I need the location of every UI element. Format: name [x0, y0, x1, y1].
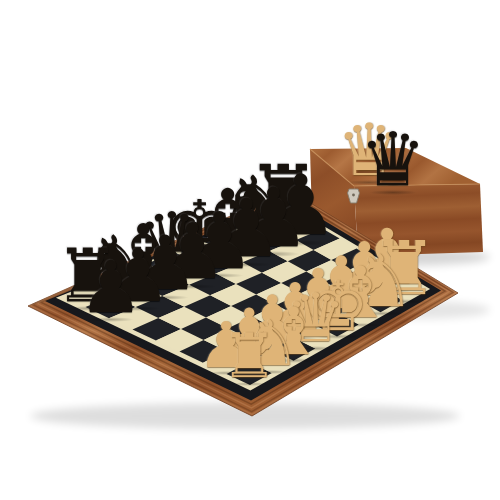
scene-canvas [0, 0, 500, 500]
spare-black-queen-shadow [381, 179, 405, 186]
spare-white-queen-shadow [357, 169, 381, 176]
chess-set-product-photo: ♛♛♜♟♞♟♝♟♚♟♛♟♝♟♟♞♜♟♟♜♞♟♟♝♟♚♟♛♟♝♟♞♟♜ [0, 0, 500, 500]
